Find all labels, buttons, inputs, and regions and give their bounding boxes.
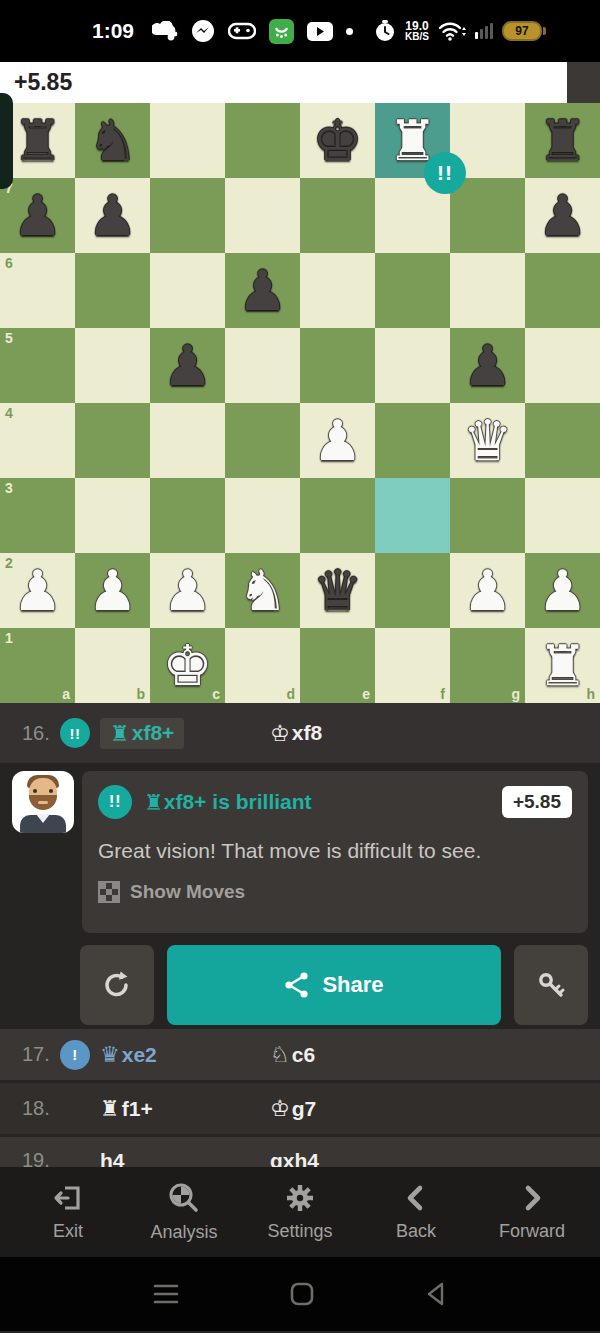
piece-wP: ♟ bbox=[75, 553, 150, 628]
file-label: g bbox=[511, 686, 520, 702]
square-b7[interactable]: ♟ bbox=[75, 178, 150, 253]
square-d7[interactable] bbox=[225, 178, 300, 253]
piece-bP: ♟ bbox=[75, 178, 150, 253]
chess-board: 8♜♞♚♜!!♜7♟♟♟6♟5♟♟4♟♛32♟♟♟♞♛♟♟1abc♚defgh♜ bbox=[0, 103, 600, 703]
current-move-chip[interactable]: ♜xf8+ bbox=[100, 718, 184, 749]
square-h4[interactable] bbox=[525, 403, 600, 478]
key-icon bbox=[535, 969, 567, 1001]
show-moves-button[interactable]: Show Moves bbox=[98, 881, 572, 903]
youtube-icon bbox=[307, 22, 333, 41]
square-a2[interactable]: 2♟ bbox=[0, 553, 75, 628]
battery-indicator: 97 bbox=[502, 21, 542, 41]
rank-label: 3 bbox=[5, 480, 13, 496]
square-h1[interactable]: h♜ bbox=[525, 628, 600, 703]
move-san: xf8+ bbox=[132, 721, 175, 745]
file-label: h bbox=[586, 686, 595, 702]
file-label: c bbox=[212, 686, 220, 702]
square-f2[interactable] bbox=[375, 553, 450, 628]
square-e2[interactable]: ♛ bbox=[300, 553, 375, 628]
square-g1[interactable]: g bbox=[450, 628, 525, 703]
move-number: 17. bbox=[0, 1043, 60, 1066]
move-feedback-card: !! ♜xf8+is brilliant +5.85 Great vision!… bbox=[82, 771, 588, 933]
square-h3[interactable] bbox=[525, 478, 600, 553]
file-label: b bbox=[136, 686, 145, 702]
piece-figurine-icon: ♔ bbox=[270, 721, 290, 746]
black-move-cell: ♘c6 bbox=[270, 1042, 600, 1067]
share-button[interactable]: Share bbox=[167, 945, 501, 1025]
square-f1[interactable]: f bbox=[375, 628, 450, 703]
white-move-cell: ♛xe2 bbox=[100, 1042, 270, 1067]
piece-figurine-icon: ♘ bbox=[270, 1042, 290, 1067]
forward-button[interactable]: Forward bbox=[482, 1182, 582, 1242]
android-back-icon[interactable] bbox=[423, 1281, 449, 1307]
square-b5[interactable] bbox=[75, 328, 150, 403]
exit-button[interactable]: Exit bbox=[18, 1182, 118, 1242]
square-c7[interactable] bbox=[150, 178, 225, 253]
square-a6[interactable]: 6 bbox=[0, 253, 75, 328]
piece-wN: ♞ bbox=[225, 553, 300, 628]
move-row-18: 18.♜f1+♔g7 bbox=[0, 1083, 600, 1137]
forward-chevron-icon bbox=[517, 1182, 547, 1214]
piece-bN: ♞ bbox=[75, 103, 150, 178]
evaluation-bar-black-segment bbox=[567, 62, 600, 103]
evaluation-chip: +5.85 bbox=[502, 786, 572, 818]
square-d6[interactable]: ♟ bbox=[225, 253, 300, 328]
brilliant-badge-icon: !! bbox=[60, 718, 90, 748]
black-move[interactable]: gxh4 bbox=[270, 1149, 600, 1167]
move-row-19: 19.h4gxh4 bbox=[0, 1137, 600, 1167]
square-d8[interactable] bbox=[225, 103, 300, 178]
move-number: 19. bbox=[0, 1149, 60, 1167]
square-g7[interactable] bbox=[450, 178, 525, 253]
move-san: gxh4 bbox=[270, 1149, 319, 1167]
cloud-gaming-icon bbox=[152, 21, 178, 41]
piece-figurine-icon: ♛ bbox=[100, 1042, 120, 1067]
brilliant-badge-icon: !! bbox=[98, 785, 132, 819]
rank-label: 4 bbox=[5, 405, 13, 421]
piece-wQ: ♛ bbox=[450, 403, 525, 478]
square-f3[interactable] bbox=[375, 478, 450, 553]
file-label: f bbox=[440, 686, 445, 702]
evaluation-score: +5.85 bbox=[14, 69, 72, 96]
move-san: xf8 bbox=[292, 721, 322, 745]
square-f5[interactable] bbox=[375, 328, 450, 403]
network-speed: 19.0 KB/S bbox=[405, 20, 429, 42]
white-move[interactable]: h4 bbox=[100, 1149, 270, 1167]
alarm-clock-icon bbox=[374, 20, 396, 42]
home-icon[interactable] bbox=[289, 1281, 315, 1307]
settings-button[interactable]: Settings bbox=[250, 1182, 350, 1242]
piece-figurine-icon: ♜ bbox=[110, 721, 130, 746]
black-move[interactable]: ♘c6 bbox=[270, 1042, 600, 1067]
move-classification-cell: !! bbox=[60, 718, 100, 748]
square-e5[interactable] bbox=[300, 328, 375, 403]
square-h5[interactable] bbox=[525, 328, 600, 403]
brilliant-move-badge: !! bbox=[424, 152, 466, 194]
move-row-17: 17.!♛xe2♘c6 bbox=[0, 1029, 600, 1083]
messenger-icon bbox=[191, 19, 215, 43]
square-g5[interactable]: ♟ bbox=[450, 328, 525, 403]
coach-avatar bbox=[12, 771, 74, 833]
square-d4[interactable] bbox=[225, 403, 300, 478]
square-a1[interactable]: 1a bbox=[0, 628, 75, 703]
file-label: d bbox=[286, 686, 295, 702]
move-number: 18. bbox=[0, 1097, 60, 1120]
square-b3[interactable] bbox=[75, 478, 150, 553]
analysis-icon bbox=[167, 1181, 201, 1215]
black-move[interactable]: ♔xf8 bbox=[270, 721, 600, 746]
clock-time: 1:09 bbox=[92, 19, 134, 43]
move-classification-cell: ! bbox=[60, 1040, 100, 1070]
gamepad-icon bbox=[228, 21, 256, 41]
rook-figurine-icon: ♜ bbox=[144, 790, 164, 815]
rank-label: 2 bbox=[5, 555, 13, 571]
file-label: e bbox=[362, 686, 370, 702]
move-san: g7 bbox=[292, 1097, 317, 1121]
piece-bR: ♜ bbox=[525, 103, 600, 178]
android-navigation-bar bbox=[0, 1257, 600, 1331]
white-move-cell: ♜f1+ bbox=[100, 1096, 270, 1121]
square-g4[interactable]: ♛ bbox=[450, 403, 525, 478]
analysis-panel: !! ♜xf8+is brilliant +5.85 Great vision!… bbox=[0, 763, 600, 1029]
white-move-cell: ♜xf8+ bbox=[100, 718, 270, 749]
square-d2[interactable]: ♞ bbox=[225, 553, 300, 628]
move-number: 16. bbox=[0, 722, 60, 745]
piece-wP: ♟ bbox=[300, 403, 375, 478]
black-move-cell: ♔xf8 bbox=[270, 721, 600, 746]
square-d1[interactable]: d bbox=[225, 628, 300, 703]
square-c8[interactable] bbox=[150, 103, 225, 178]
rank-label: 5 bbox=[5, 330, 13, 346]
square-b1[interactable]: b bbox=[75, 628, 150, 703]
piece-bP: ♟ bbox=[150, 328, 225, 403]
notification-dot bbox=[346, 28, 353, 35]
signal-bars-icon bbox=[475, 23, 493, 39]
rank-label: 6 bbox=[5, 255, 13, 271]
square-f6[interactable] bbox=[375, 253, 450, 328]
recents-menu-icon[interactable] bbox=[151, 1282, 181, 1306]
move-san: h4 bbox=[100, 1149, 125, 1167]
status-bar: 1:09 19.0 KB/S 97 bbox=[0, 0, 600, 62]
square-c4[interactable] bbox=[150, 403, 225, 478]
white-move-cell: h4 bbox=[100, 1149, 270, 1167]
square-e4[interactable]: ♟ bbox=[300, 403, 375, 478]
retry-icon bbox=[101, 969, 133, 1001]
square-c5[interactable]: ♟ bbox=[150, 328, 225, 403]
square-b6[interactable] bbox=[75, 253, 150, 328]
black-move-cell: gxh4 bbox=[270, 1149, 600, 1167]
piece-wP: ♟ bbox=[450, 553, 525, 628]
coach-comment: Great vision! That move is difficult to … bbox=[98, 839, 572, 863]
square-b4[interactable] bbox=[75, 403, 150, 478]
notification-icons bbox=[152, 19, 353, 44]
square-e1[interactable]: e bbox=[300, 628, 375, 703]
rank-label: 1 bbox=[5, 630, 13, 646]
white-move[interactable]: ♛xe2 bbox=[100, 1042, 270, 1067]
square-c3[interactable] bbox=[150, 478, 225, 553]
square-h7[interactable]: ♟ bbox=[525, 178, 600, 253]
square-h2[interactable]: ♟ bbox=[525, 553, 600, 628]
square-c1[interactable]: c♚ bbox=[150, 628, 225, 703]
side-panel-handle[interactable] bbox=[0, 93, 13, 189]
square-c2[interactable]: ♟ bbox=[150, 553, 225, 628]
square-a3[interactable]: 3 bbox=[0, 478, 75, 553]
black-move-cell: ♔g7 bbox=[270, 1096, 600, 1121]
square-h6[interactable] bbox=[525, 253, 600, 328]
square-f4[interactable] bbox=[375, 403, 450, 478]
piece-bP: ♟ bbox=[225, 253, 300, 328]
file-label: a bbox=[62, 686, 70, 702]
move-san: xe2 bbox=[122, 1043, 157, 1067]
piece-wP: ♟ bbox=[150, 553, 225, 628]
wifi-icon bbox=[438, 21, 466, 41]
green-app-icon bbox=[269, 19, 294, 44]
square-a7[interactable]: 7♟ bbox=[0, 178, 75, 253]
retry-button[interactable] bbox=[80, 945, 154, 1025]
square-f8[interactable]: ♜!! bbox=[375, 103, 450, 178]
square-e7[interactable] bbox=[300, 178, 375, 253]
piece-wP: ♟ bbox=[525, 553, 600, 628]
piece-bP: ♟ bbox=[450, 328, 525, 403]
great-badge-icon: ! bbox=[60, 1040, 90, 1070]
feedback-title: ♜xf8+is brilliant bbox=[144, 790, 312, 815]
white-move[interactable]: ♜f1+ bbox=[100, 1096, 270, 1121]
settings-gear-icon bbox=[284, 1182, 316, 1214]
piece-bQ: ♛ bbox=[300, 553, 375, 628]
square-e6[interactable] bbox=[300, 253, 375, 328]
square-g6[interactable] bbox=[450, 253, 525, 328]
black-move[interactable]: ♔g7 bbox=[270, 1096, 600, 1121]
square-g2[interactable]: ♟ bbox=[450, 553, 525, 628]
square-e8[interactable]: ♚ bbox=[300, 103, 375, 178]
move-san: f1+ bbox=[122, 1097, 153, 1121]
share-icon bbox=[284, 971, 310, 999]
square-g3[interactable] bbox=[450, 478, 525, 553]
evaluation-bar: +5.85 bbox=[0, 62, 600, 103]
mini-board-icon bbox=[98, 881, 120, 903]
square-a4[interactable]: 4 bbox=[0, 403, 75, 478]
analysis-button[interactable]: Analysis bbox=[134, 1181, 234, 1243]
exit-icon bbox=[52, 1182, 84, 1214]
move-row-16: 16.!!♜xf8+♔xf8 bbox=[0, 703, 600, 763]
square-a5[interactable]: 5 bbox=[0, 328, 75, 403]
back-button[interactable]: Back bbox=[366, 1182, 466, 1242]
piece-bP: ♟ bbox=[525, 178, 600, 253]
piece-figurine-icon: ♜ bbox=[100, 1096, 120, 1121]
square-d3[interactable] bbox=[225, 478, 300, 553]
back-chevron-icon bbox=[401, 1182, 431, 1214]
piece-bK: ♚ bbox=[300, 103, 375, 178]
bottom-navigation: Exit Analysis Settings Back Forward bbox=[0, 1167, 600, 1257]
square-h8[interactable]: ♜ bbox=[525, 103, 600, 178]
square-d5[interactable] bbox=[225, 328, 300, 403]
move-san: c6 bbox=[292, 1043, 315, 1067]
white-move[interactable]: ♜xf8+ bbox=[110, 721, 174, 746]
piece-figurine-icon: ♔ bbox=[270, 1096, 290, 1121]
key-moment-button[interactable] bbox=[514, 945, 588, 1025]
square-e3[interactable] bbox=[300, 478, 375, 553]
square-b2[interactable]: ♟ bbox=[75, 553, 150, 628]
square-c6[interactable] bbox=[150, 253, 225, 328]
square-b8[interactable]: ♞ bbox=[75, 103, 150, 178]
